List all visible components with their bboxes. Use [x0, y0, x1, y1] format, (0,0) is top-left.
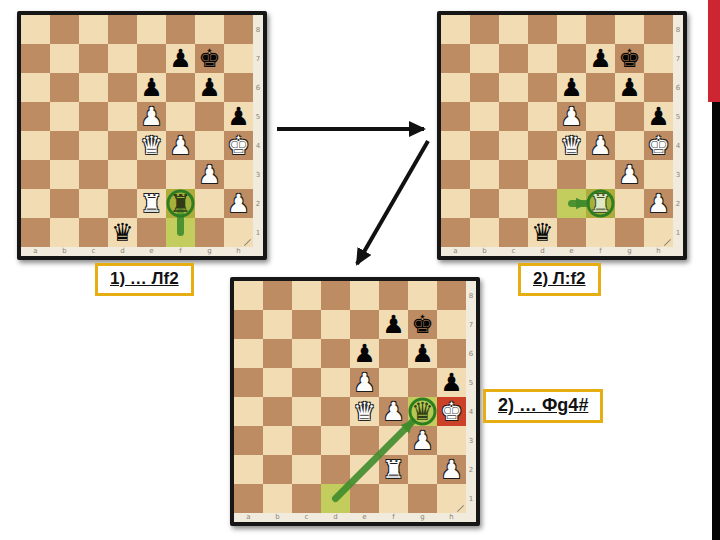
square-g2 [195, 189, 224, 218]
square-g3: ♟ [408, 426, 437, 455]
square-a3 [21, 160, 50, 189]
piece-white-pawn: ♟ [589, 131, 611, 160]
square-f6 [379, 339, 408, 368]
piece-black-pawn: ♟ [169, 44, 191, 73]
square-a7 [441, 44, 470, 73]
rank-labels: 87654321 [253, 15, 263, 247]
square-f3 [166, 160, 195, 189]
rank-label-6: 6 [673, 73, 683, 102]
square-f5 [379, 368, 408, 397]
piece-white-queen: ♛ [560, 131, 582, 160]
square-d7 [321, 310, 350, 339]
square-g1 [195, 218, 224, 247]
file-labels: abcdefgh [441, 247, 673, 256]
square-a5 [441, 102, 470, 131]
square-c4 [292, 397, 321, 426]
square-g7: ♚ [408, 310, 437, 339]
square-g2 [615, 189, 644, 218]
square-g5 [408, 368, 437, 397]
chess-board-after-2-Rxf2: ♟♚♟♟♟♟♛♟♚♟♜♟♛ 87654321 abcdefgh [437, 11, 687, 260]
square-c4 [499, 131, 528, 160]
rank-label-1: 1 [253, 218, 263, 247]
file-label-e: e [137, 247, 166, 256]
square-b1 [263, 484, 292, 513]
square-e4: ♛ [137, 131, 166, 160]
square-a5 [21, 102, 50, 131]
square-g3: ♟ [615, 160, 644, 189]
square-g8 [615, 15, 644, 44]
piece-white-rook: ♜ [140, 189, 162, 218]
rank-label-8: 8 [673, 15, 683, 44]
square-a1 [234, 484, 263, 513]
rank-labels: 87654321 [466, 281, 476, 513]
square-f8 [586, 15, 615, 44]
square-a8 [234, 281, 263, 310]
rank-label-7: 7 [253, 44, 263, 73]
square-b3 [263, 426, 292, 455]
file-label-h: h [437, 513, 466, 522]
file-label-c: c [499, 247, 528, 256]
square-a2 [234, 455, 263, 484]
square-f1 [586, 218, 615, 247]
square-c7 [292, 310, 321, 339]
square-d1: ♛ [108, 218, 137, 247]
piece-white-pawn: ♟ [411, 426, 433, 455]
square-c7 [79, 44, 108, 73]
square-d6 [528, 73, 557, 102]
piece-black-queen: ♛ [111, 218, 133, 247]
square-b7 [263, 310, 292, 339]
file-label-b: b [470, 247, 499, 256]
piece-white-pawn: ♟ [440, 455, 462, 484]
square-g4 [195, 131, 224, 160]
square-b4 [263, 397, 292, 426]
file-label-h: h [224, 247, 253, 256]
square-c1 [499, 218, 528, 247]
rank-label-5: 5 [466, 368, 476, 397]
square-c2 [292, 455, 321, 484]
square-a4 [441, 131, 470, 160]
square-c7 [499, 44, 528, 73]
square-g8 [408, 281, 437, 310]
square-h8 [224, 15, 253, 44]
square-c3 [292, 426, 321, 455]
file-label-a: a [441, 247, 470, 256]
square-h6 [437, 339, 466, 368]
square-b4 [470, 131, 499, 160]
square-b1 [50, 218, 79, 247]
square-h3 [644, 160, 673, 189]
piece-black-pawn: ♟ [140, 73, 162, 102]
piece-black-pawn: ♟ [411, 339, 433, 368]
square-h1 [224, 218, 253, 247]
file-label-d: d [528, 247, 557, 256]
file-label-e: e [557, 247, 586, 256]
board-corner [673, 247, 683, 256]
square-g6: ♟ [408, 339, 437, 368]
rank-label-7: 7 [673, 44, 683, 73]
square-a7 [234, 310, 263, 339]
piece-black-pawn: ♟ [227, 102, 249, 131]
piece-white-rook: ♜ [589, 189, 611, 218]
piece-black-rook: ♜ [169, 189, 191, 218]
square-f3 [379, 426, 408, 455]
square-a3 [441, 160, 470, 189]
square-f8 [379, 281, 408, 310]
file-label-f: f [379, 513, 408, 522]
square-c5 [292, 368, 321, 397]
square-d6 [321, 339, 350, 368]
square-h1 [437, 484, 466, 513]
square-a1 [21, 218, 50, 247]
rank-label-4: 4 [466, 397, 476, 426]
board-squares: ♟♚♟♟♟♟♛♟♛♚♟♜♟ [234, 281, 466, 513]
square-g2 [408, 455, 437, 484]
square-a1 [441, 218, 470, 247]
square-h4: ♚ [224, 131, 253, 160]
rank-label-5: 5 [253, 102, 263, 131]
square-e2 [557, 189, 586, 218]
square-c6 [292, 339, 321, 368]
square-e5: ♟ [350, 368, 379, 397]
square-d5 [321, 368, 350, 397]
square-g1 [615, 218, 644, 247]
piece-white-king: ♚ [440, 397, 462, 426]
chess-board-after-2-Qg4-mate: ♟♚♟♟♟♟♛♟♛♚♟♜♟ 87654321 abcdefgh [230, 277, 480, 526]
piece-black-pawn: ♟ [440, 368, 462, 397]
square-b7 [470, 44, 499, 73]
square-d8 [528, 15, 557, 44]
square-h6 [644, 73, 673, 102]
square-f4: ♟ [586, 131, 615, 160]
square-a8 [21, 15, 50, 44]
board-squares: ♟♚♟♟♟♟♛♟♚♟♜♜♟♛ [21, 15, 253, 247]
piece-black-queen: ♛ [411, 397, 433, 426]
square-h1 [644, 218, 673, 247]
square-b5 [470, 102, 499, 131]
square-g6: ♟ [615, 73, 644, 102]
square-b5 [263, 368, 292, 397]
square-a7 [21, 44, 50, 73]
square-d4 [321, 397, 350, 426]
square-c1 [79, 218, 108, 247]
file-label-b: b [50, 247, 79, 256]
square-c8 [292, 281, 321, 310]
piece-white-pawn: ♟ [382, 397, 404, 426]
square-f4: ♟ [379, 397, 408, 426]
square-d3 [321, 426, 350, 455]
piece-black-pawn: ♟ [353, 339, 375, 368]
square-c5 [79, 102, 108, 131]
square-b3 [50, 160, 79, 189]
piece-white-queen: ♛ [353, 397, 375, 426]
square-d4 [108, 131, 137, 160]
file-label-a: a [21, 247, 50, 256]
square-a6 [441, 73, 470, 102]
file-label-e: e [350, 513, 379, 522]
file-label-d: d [321, 513, 350, 522]
square-h6 [224, 73, 253, 102]
rank-label-1: 1 [673, 218, 683, 247]
square-g3: ♟ [195, 160, 224, 189]
square-e1 [557, 218, 586, 247]
square-e7 [350, 310, 379, 339]
slide-accent-black-bar [712, 102, 720, 540]
piece-black-queen: ♛ [531, 218, 553, 247]
square-e2: ♜ [137, 189, 166, 218]
square-b8 [470, 15, 499, 44]
piece-white-pawn: ♟ [647, 189, 669, 218]
board-corner [466, 513, 476, 522]
square-f8 [166, 15, 195, 44]
square-f2: ♜ [166, 189, 195, 218]
rank-label-6: 6 [253, 73, 263, 102]
square-a4 [234, 397, 263, 426]
square-b6 [263, 339, 292, 368]
file-label-g: g [195, 247, 224, 256]
square-b5 [50, 102, 79, 131]
flow-arrow-down-left [357, 141, 428, 264]
file-label-f: f [166, 247, 195, 256]
rank-label-8: 8 [253, 15, 263, 44]
square-c5 [499, 102, 528, 131]
square-g7: ♚ [195, 44, 224, 73]
square-a6 [21, 73, 50, 102]
file-labels: abcdefgh [21, 247, 253, 256]
square-e6: ♟ [137, 73, 166, 102]
square-h3 [437, 426, 466, 455]
piece-white-king: ♚ [647, 131, 669, 160]
square-f7: ♟ [586, 44, 615, 73]
piece-white-pawn: ♟ [169, 131, 191, 160]
square-f6 [166, 73, 195, 102]
square-h5: ♟ [224, 102, 253, 131]
square-c8 [499, 15, 528, 44]
file-label-g: g [615, 247, 644, 256]
square-h7 [644, 44, 673, 73]
square-d2 [528, 189, 557, 218]
square-d8 [108, 15, 137, 44]
piece-black-pawn: ♟ [560, 73, 582, 102]
board-squares: ♟♚♟♟♟♟♛♟♚♟♜♟♛ [441, 15, 673, 247]
piece-white-rook: ♜ [382, 455, 404, 484]
square-e4: ♛ [557, 131, 586, 160]
rank-label-3: 3 [253, 160, 263, 189]
square-e2 [350, 455, 379, 484]
square-h3 [224, 160, 253, 189]
file-labels: abcdefgh [234, 513, 466, 522]
square-g4: ♛ [408, 397, 437, 426]
square-a2 [441, 189, 470, 218]
square-c3 [499, 160, 528, 189]
square-b3 [470, 160, 499, 189]
highlight-origin-d1 [321, 484, 350, 513]
square-d2 [321, 455, 350, 484]
square-c6 [79, 73, 108, 102]
square-e3 [350, 426, 379, 455]
square-c6 [499, 73, 528, 102]
square-d1: ♛ [528, 218, 557, 247]
square-g5 [615, 102, 644, 131]
square-d5 [528, 102, 557, 131]
square-c4 [79, 131, 108, 160]
rank-label-2: 2 [253, 189, 263, 218]
square-c2 [79, 189, 108, 218]
square-b4 [50, 131, 79, 160]
square-d3 [108, 160, 137, 189]
square-f4: ♟ [166, 131, 195, 160]
square-a6 [234, 339, 263, 368]
piece-white-pawn: ♟ [560, 102, 582, 131]
square-e4: ♛ [350, 397, 379, 426]
square-c3 [79, 160, 108, 189]
square-a8 [441, 15, 470, 44]
square-h7 [224, 44, 253, 73]
square-g8 [195, 15, 224, 44]
square-d3 [528, 160, 557, 189]
highlight-origin-f1 [166, 218, 195, 247]
square-b2 [50, 189, 79, 218]
rank-labels: 87654321 [673, 15, 683, 247]
square-e6: ♟ [350, 339, 379, 368]
square-f3 [586, 160, 615, 189]
square-b6 [50, 73, 79, 102]
file-label-f: f [586, 247, 615, 256]
rank-label-5: 5 [673, 102, 683, 131]
square-f7: ♟ [379, 310, 408, 339]
square-b2 [263, 455, 292, 484]
piece-black-king: ♚ [618, 44, 640, 73]
square-g6: ♟ [195, 73, 224, 102]
rank-label-6: 6 [466, 339, 476, 368]
square-e7 [557, 44, 586, 73]
piece-black-king: ♚ [198, 44, 220, 73]
square-h5: ♟ [644, 102, 673, 131]
square-g7: ♚ [615, 44, 644, 73]
square-a4 [21, 131, 50, 160]
square-a3 [234, 426, 263, 455]
square-h2: ♟ [224, 189, 253, 218]
square-a5 [234, 368, 263, 397]
square-d5 [108, 102, 137, 131]
square-b1 [470, 218, 499, 247]
square-e1 [350, 484, 379, 513]
square-f5 [586, 102, 615, 131]
rank-label-2: 2 [466, 455, 476, 484]
board-corner [253, 247, 263, 256]
square-h4: ♚ [437, 397, 466, 426]
square-e7 [137, 44, 166, 73]
square-d8 [321, 281, 350, 310]
piece-black-pawn: ♟ [382, 310, 404, 339]
square-e3 [557, 160, 586, 189]
piece-black-king: ♚ [411, 310, 433, 339]
square-f6 [586, 73, 615, 102]
square-f2: ♜ [379, 455, 408, 484]
square-h5: ♟ [437, 368, 466, 397]
square-d6 [108, 73, 137, 102]
square-b8 [263, 281, 292, 310]
square-d2 [108, 189, 137, 218]
piece-white-queen: ♛ [140, 131, 162, 160]
square-b8 [50, 15, 79, 44]
square-b7 [50, 44, 79, 73]
square-h8 [644, 15, 673, 44]
square-f7: ♟ [166, 44, 195, 73]
square-d7 [108, 44, 137, 73]
square-e3 [137, 160, 166, 189]
caption-move-3: 2) … Фg4# [483, 389, 603, 423]
square-c2 [499, 189, 528, 218]
square-g5 [195, 102, 224, 131]
chess-board-after-1-Rf2: ♟♚♟♟♟♟♛♟♚♟♜♜♟♛ 87654321 abcdefgh [17, 11, 267, 260]
square-h7 [437, 310, 466, 339]
slide-accent-red-bar [708, 0, 720, 102]
square-c1 [292, 484, 321, 513]
rank-label-4: 4 [673, 131, 683, 160]
file-label-b: b [263, 513, 292, 522]
square-f1 [166, 218, 195, 247]
rank-label-3: 3 [673, 160, 683, 189]
square-b2 [470, 189, 499, 218]
file-label-g: g [408, 513, 437, 522]
file-label-a: a [234, 513, 263, 522]
square-a2 [21, 189, 50, 218]
piece-black-pawn: ♟ [618, 73, 640, 102]
rank-label-1: 1 [466, 484, 476, 513]
square-h8 [437, 281, 466, 310]
file-label-h: h [644, 247, 673, 256]
file-label-d: d [108, 247, 137, 256]
piece-black-pawn: ♟ [589, 44, 611, 73]
piece-white-pawn: ♟ [198, 160, 220, 189]
square-c8 [79, 15, 108, 44]
caption-move-1: 1) … Лf2 [95, 263, 194, 296]
square-f5 [166, 102, 195, 131]
piece-black-pawn: ♟ [647, 102, 669, 131]
piece-white-pawn: ♟ [227, 189, 249, 218]
piece-white-pawn: ♟ [353, 368, 375, 397]
square-d7 [528, 44, 557, 73]
square-h4: ♚ [644, 131, 673, 160]
file-label-c: c [292, 513, 321, 522]
square-b6 [470, 73, 499, 102]
square-g4 [615, 131, 644, 160]
square-e8 [350, 281, 379, 310]
square-h2: ♟ [437, 455, 466, 484]
square-e8 [557, 15, 586, 44]
rank-label-4: 4 [253, 131, 263, 160]
square-f1 [379, 484, 408, 513]
rank-label-2: 2 [673, 189, 683, 218]
piece-white-pawn: ♟ [140, 102, 162, 131]
piece-white-pawn: ♟ [618, 160, 640, 189]
square-e1 [137, 218, 166, 247]
square-f2: ♜ [586, 189, 615, 218]
square-e5: ♟ [557, 102, 586, 131]
piece-white-king: ♚ [227, 131, 249, 160]
square-h2: ♟ [644, 189, 673, 218]
piece-black-pawn: ♟ [198, 73, 220, 102]
highlight-origin-e2 [557, 189, 586, 218]
caption-move-2: 2) Л:f2 [518, 263, 601, 296]
rank-label-3: 3 [466, 426, 476, 455]
rank-label-7: 7 [466, 310, 476, 339]
square-e8 [137, 15, 166, 44]
square-g1 [408, 484, 437, 513]
square-e6: ♟ [557, 73, 586, 102]
square-d1 [321, 484, 350, 513]
